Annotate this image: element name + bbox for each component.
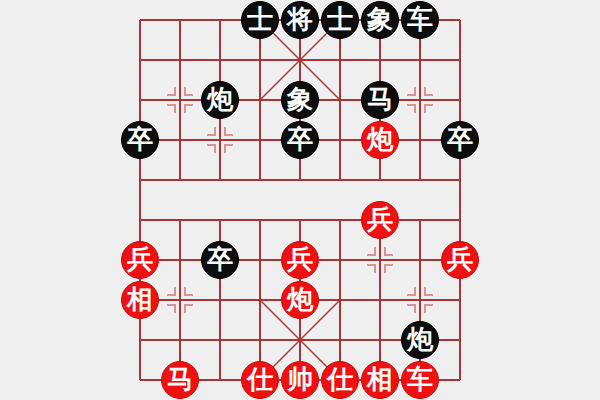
intersection-3-4[interactable]: [240, 160, 280, 200]
intersection-3-6[interactable]: [240, 240, 280, 280]
piece-red-chariot[interactable]: 车: [401, 361, 439, 399]
point-marker-corner: [407, 104, 416, 113]
piece-red-soldier[interactable]: 兵: [121, 241, 159, 279]
intersection-3-1[interactable]: [240, 40, 280, 80]
point-marker-corner: [407, 287, 416, 296]
piece-red-soldier[interactable]: 兵: [361, 201, 399, 239]
intersection-3-8[interactable]: [240, 320, 280, 360]
piece-red-soldier[interactable]: 兵: [281, 241, 319, 279]
intersection-5-7[interactable]: [320, 280, 360, 320]
intersection-3-7[interactable]: [240, 280, 280, 320]
point-marker: [167, 287, 193, 313]
intersection-5-5[interactable]: [320, 200, 360, 240]
piece-black-cannon[interactable]: 炮: [401, 321, 439, 359]
piece-black-soldier[interactable]: 卒: [441, 121, 479, 159]
point-marker-corner: [424, 87, 433, 96]
intersection-2-1[interactable]: [200, 40, 240, 80]
point-marker-corner: [424, 104, 433, 113]
intersection-1-6[interactable]: [160, 240, 200, 280]
intersection-1-8[interactable]: [160, 320, 200, 360]
intersection-0-4[interactable]: [120, 160, 160, 200]
point-marker-corner: [384, 264, 393, 273]
intersection-8-9[interactable]: [440, 360, 480, 400]
point-marker-corner: [207, 127, 216, 136]
intersection-8-8[interactable]: [440, 320, 480, 360]
intersection-3-2[interactable]: [240, 80, 280, 120]
piece-red-general[interactable]: 帅: [281, 361, 319, 399]
intersection-8-7[interactable]: [440, 280, 480, 320]
piece-red-advisor[interactable]: 仕: [321, 361, 359, 399]
intersection-5-6[interactable]: [320, 240, 360, 280]
piece-black-horse[interactable]: 马: [361, 81, 399, 119]
piece-red-cannon[interactable]: 炮: [361, 121, 399, 159]
piece-black-general[interactable]: 将: [281, 1, 319, 39]
intersection-6-1[interactable]: [360, 40, 400, 80]
point-marker-corner: [184, 87, 193, 96]
piece-black-elephant[interactable]: 象: [361, 1, 399, 39]
point-marker: [367, 247, 393, 273]
intersection-0-0[interactable]: [120, 0, 160, 40]
piece-black-soldier[interactable]: 卒: [121, 121, 159, 159]
intersection-5-4[interactable]: [320, 160, 360, 200]
piece-red-horse[interactable]: 马: [161, 361, 199, 399]
intersection-6-8[interactable]: [360, 320, 400, 360]
point-marker-corner: [224, 127, 233, 136]
intersection-7-4[interactable]: [400, 160, 440, 200]
intersection-1-5[interactable]: [160, 200, 200, 240]
intersection-7-5[interactable]: [400, 200, 440, 240]
piece-black-advisor[interactable]: 士: [321, 1, 359, 39]
piece-red-soldier[interactable]: 兵: [441, 241, 479, 279]
xiangqi-board-screenshot: 士将士象车炮象马卒卒卒卒炮炮兵兵兵兵相炮马仕帅仕相车: [0, 0, 600, 400]
intersection-8-2[interactable]: [440, 80, 480, 120]
piece-black-advisor[interactable]: 士: [241, 1, 279, 39]
point-marker-corner: [384, 247, 393, 256]
point-marker: [207, 127, 233, 153]
point-marker-corner: [407, 87, 416, 96]
point-marker-corner: [184, 304, 193, 313]
intersection-0-8[interactable]: [120, 320, 160, 360]
intersection-5-1[interactable]: [320, 40, 360, 80]
point-marker-corner: [167, 87, 176, 96]
intersection-2-0[interactable]: [200, 0, 240, 40]
point-marker-corner: [424, 304, 433, 313]
intersection-5-2[interactable]: [320, 80, 360, 120]
intersection-4-4[interactable]: [280, 160, 320, 200]
intersection-1-3[interactable]: [160, 120, 200, 160]
point-marker: [407, 87, 433, 113]
intersection-2-7[interactable]: [200, 280, 240, 320]
intersection-8-5[interactable]: [440, 200, 480, 240]
intersection-5-8[interactable]: [320, 320, 360, 360]
piece-black-chariot[interactable]: 车: [401, 1, 439, 39]
point-marker-corner: [184, 287, 193, 296]
point-marker-corner: [424, 287, 433, 296]
point-marker-corner: [167, 287, 176, 296]
point-marker-corner: [367, 264, 376, 273]
point-marker-corner: [184, 104, 193, 113]
intersection-8-4[interactable]: [440, 160, 480, 200]
intersection-4-8[interactable]: [280, 320, 320, 360]
intersection-1-4[interactable]: [160, 160, 200, 200]
intersection-2-9[interactable]: [200, 360, 240, 400]
intersection-3-5[interactable]: [240, 200, 280, 240]
point-marker: [167, 87, 193, 113]
intersection-5-3[interactable]: [320, 120, 360, 160]
intersection-2-4[interactable]: [200, 160, 240, 200]
intersection-1-1[interactable]: [160, 40, 200, 80]
point-marker-corner: [207, 144, 216, 153]
piece-black-soldier[interactable]: 卒: [281, 121, 319, 159]
intersection-4-5[interactable]: [280, 200, 320, 240]
piece-black-elephant[interactable]: 象: [281, 81, 319, 119]
intersection-3-3[interactable]: [240, 120, 280, 160]
point-marker-corner: [367, 247, 376, 256]
intersection-2-5[interactable]: [200, 200, 240, 240]
intersection-1-0[interactable]: [160, 0, 200, 40]
intersection-2-8[interactable]: [200, 320, 240, 360]
intersection-8-1[interactable]: [440, 40, 480, 80]
intersection-6-7[interactable]: [360, 280, 400, 320]
intersection-0-2[interactable]: [120, 80, 160, 120]
piece-red-advisor[interactable]: 仕: [241, 361, 279, 399]
point-marker-corner: [167, 104, 176, 113]
intersection-7-3[interactable]: [400, 120, 440, 160]
piece-black-soldier[interactable]: 卒: [201, 241, 239, 279]
intersection-7-1[interactable]: [400, 40, 440, 80]
intersection-6-4[interactable]: [360, 160, 400, 200]
piece-red-elephant[interactable]: 相: [121, 281, 159, 319]
point-marker-corner: [167, 304, 176, 313]
intersection-4-1[interactable]: [280, 40, 320, 80]
intersection-7-6[interactable]: [400, 240, 440, 280]
intersection-0-1[interactable]: [120, 40, 160, 80]
point-marker-corner: [407, 304, 416, 313]
intersection-0-9[interactable]: [120, 360, 160, 400]
piece-red-cannon[interactable]: 炮: [281, 281, 319, 319]
point-marker-corner: [224, 144, 233, 153]
piece-black-cannon[interactable]: 炮: [201, 81, 239, 119]
intersection-8-0[interactable]: [440, 0, 480, 40]
piece-red-elephant[interactable]: 相: [361, 361, 399, 399]
intersection-0-5[interactable]: [120, 200, 160, 240]
point-marker: [407, 287, 433, 313]
